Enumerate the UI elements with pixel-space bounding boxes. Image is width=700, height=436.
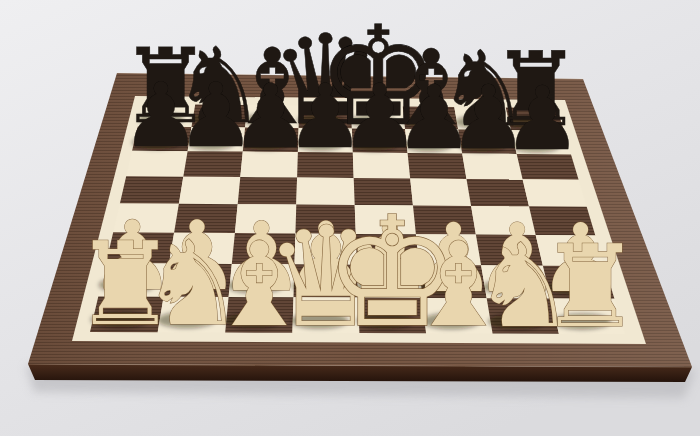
board-scene: ♜♞♝♛♚♝♞♜♟♟♟♟♟♟♟♟♟♟♟♟♟♟♟♟♜♞♝♛♚♝♞♜: [0, 0, 700, 436]
chessboard-photo: ♜♞♝♛♚♝♞♜♟♟♟♟♟♟♟♟♟♟♟♟♟♟♟♟♜♞♝♛♚♝♞♜: [0, 0, 700, 436]
piece-black-pawn-h7[interactable]: ♟: [503, 68, 582, 170]
piece-white-rook-h1[interactable]: ♜: [539, 220, 641, 353]
